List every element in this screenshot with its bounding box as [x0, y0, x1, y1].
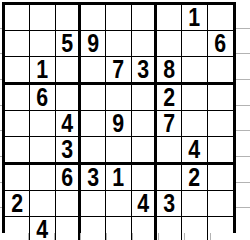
cell-r2c1[interactable] [5, 31, 30, 57]
given-digit: 2 [11, 191, 23, 216]
left-gridline-tick [0, 105, 2, 106]
cell-r2c9[interactable]: 6 [208, 31, 233, 57]
cell-r2c8[interactable] [182, 31, 207, 57]
given-digit: 4 [61, 111, 73, 136]
given-digit: 3 [61, 137, 73, 162]
right-gridline-tick [236, 28, 250, 29]
cell-r7c9[interactable] [208, 165, 233, 191]
cell-r3c9[interactable] [208, 57, 233, 85]
right-gridline-tick [236, 130, 250, 131]
cell-r1c1[interactable] [5, 5, 30, 31]
right-gridline-tick [236, 79, 250, 80]
cell-r5c9[interactable] [208, 111, 233, 137]
cell-r4c6[interactable] [132, 85, 157, 111]
bottom-gridline-tick [184, 233, 185, 240]
cell-r4c8[interactable] [182, 85, 207, 111]
cell-r5c4[interactable] [81, 111, 106, 137]
cell-r2c3[interactable]: 5 [56, 31, 81, 57]
given-digit: 1 [113, 165, 125, 190]
cell-r9c3[interactable] [56, 217, 81, 240]
cell-r3c3[interactable] [56, 57, 81, 85]
given-digit: 8 [163, 57, 175, 82]
cell-r4c4[interactable] [81, 85, 106, 111]
cell-r3c8[interactable] [182, 57, 207, 85]
given-digit: 1 [189, 5, 201, 30]
left-gridline-tick [0, 156, 2, 157]
left-gridline-tick [0, 130, 2, 131]
bottom-gridline-tick [80, 233, 81, 240]
cell-r5c6[interactable] [132, 111, 157, 137]
given-digit: 1 [37, 57, 49, 82]
cell-r8c4[interactable] [81, 191, 106, 217]
cell-r1c2[interactable] [30, 5, 55, 31]
cell-r5c1[interactable] [5, 111, 30, 137]
cell-r1c8[interactable]: 1 [182, 5, 207, 31]
cell-r9c4[interactable] [81, 217, 106, 240]
cell-r7c8[interactable]: 2 [182, 165, 207, 191]
right-gridline-tick [236, 53, 250, 54]
bottom-gridline-tick [106, 233, 107, 240]
cell-r9c1[interactable] [5, 217, 30, 240]
cell-r6c1[interactable] [5, 137, 30, 165]
given-digit: 2 [163, 85, 175, 110]
right-gridline-tick [236, 105, 250, 106]
cell-r2c4[interactable]: 9 [81, 31, 106, 57]
given-digit: 9 [87, 31, 99, 56]
cell-r3c7[interactable]: 8 [157, 57, 182, 85]
sudoku-screenshot: 15961738624973463122434 [0, 0, 250, 240]
cell-r1c6[interactable] [132, 5, 157, 31]
right-gridline-tick [236, 182, 250, 183]
given-digit: 7 [113, 57, 125, 82]
given-digit: 4 [137, 191, 149, 216]
cell-r9c9[interactable] [208, 217, 233, 240]
bottom-gridline-tick [158, 233, 159, 240]
cell-r8c9[interactable] [208, 191, 233, 217]
cell-r7c3[interactable]: 6 [56, 165, 81, 191]
sudoku-board: 15961738624973463122434 [2, 2, 236, 233]
cell-r6c2[interactable] [30, 137, 55, 165]
cell-r8c6[interactable]: 4 [132, 191, 157, 217]
cell-r3c6[interactable]: 3 [132, 57, 157, 85]
given-digit: 7 [163, 111, 175, 136]
given-digit: 3 [137, 57, 149, 82]
cell-r4c1[interactable] [5, 85, 30, 111]
cell-r9c2[interactable]: 4 [30, 217, 55, 240]
cell-r9c5[interactable] [106, 217, 131, 240]
cell-r7c2[interactable] [30, 165, 55, 191]
cell-r3c5[interactable]: 7 [106, 57, 131, 85]
given-digit: 4 [189, 137, 201, 162]
cell-r8c7[interactable]: 3 [157, 191, 182, 217]
cell-r5c2[interactable] [30, 111, 55, 137]
cell-r6c6[interactable] [132, 137, 157, 165]
cell-r8c5[interactable] [106, 191, 131, 217]
left-gridline-tick [0, 28, 2, 29]
cell-r4c2[interactable]: 6 [30, 85, 55, 111]
given-digit: 3 [87, 165, 99, 190]
given-digit: 9 [113, 111, 125, 136]
cell-r8c1[interactable]: 2 [5, 191, 30, 217]
cell-r6c4[interactable] [81, 137, 106, 165]
given-digit: 6 [214, 31, 226, 56]
right-gridline-tick [236, 207, 250, 208]
given-digit: 6 [37, 85, 49, 110]
cell-r6c3[interactable]: 3 [56, 137, 81, 165]
cell-r5c7[interactable]: 7 [157, 111, 182, 137]
cell-r9c6[interactable] [132, 217, 157, 240]
cell-r9c7[interactable] [157, 217, 182, 240]
cell-r6c9[interactable] [208, 137, 233, 165]
cell-r3c1[interactable] [5, 57, 30, 85]
bottom-gridline-tick [132, 233, 133, 240]
cell-r7c5[interactable]: 1 [106, 165, 131, 191]
right-gridline-tick [236, 156, 250, 157]
cell-r1c5[interactable] [106, 5, 131, 31]
cell-r7c4[interactable]: 3 [81, 165, 106, 191]
given-digit: 4 [37, 217, 49, 240]
cell-r8c8[interactable] [182, 191, 207, 217]
given-digit: 2 [189, 165, 201, 190]
bottom-gridline-tick [210, 233, 211, 240]
cell-r9c8[interactable] [182, 217, 207, 240]
cell-r5c5[interactable]: 9 [106, 111, 131, 137]
left-gridline-tick [0, 207, 2, 208]
given-digit: 3 [163, 191, 175, 216]
cell-r6c8[interactable]: 4 [182, 137, 207, 165]
cell-r6c5[interactable] [106, 137, 131, 165]
cell-r8c3[interactable] [56, 191, 81, 217]
left-gridline-tick [0, 79, 2, 80]
given-digit: 6 [61, 165, 73, 190]
cell-r1c7[interactable] [157, 5, 182, 31]
left-gridline-tick [0, 182, 2, 183]
bottom-gridline-tick [28, 233, 29, 240]
left-gridline-tick [0, 53, 2, 54]
cell-r4c9[interactable] [208, 85, 233, 111]
cell-r6c7[interactable] [157, 137, 182, 165]
bottom-gridline-tick [54, 233, 55, 240]
cell-r3c4[interactable] [81, 57, 106, 85]
cell-r3c2[interactable]: 1 [30, 57, 55, 85]
given-digit: 5 [61, 31, 73, 56]
